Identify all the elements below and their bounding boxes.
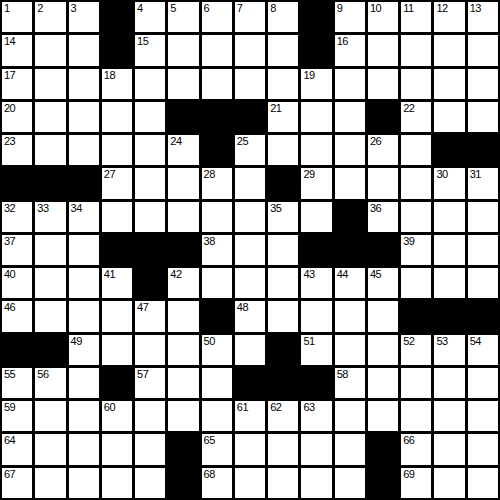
clue-number-60: 60 xyxy=(104,402,115,413)
cell-r14c13[interactable]: 66 xyxy=(401,434,431,464)
cell-r3c8[interactable] xyxy=(235,69,265,99)
cell-r3c4[interactable]: 18 xyxy=(102,69,132,99)
cell-r15c2[interactable] xyxy=(35,468,65,498)
cell-r7c6[interactable] xyxy=(168,202,198,232)
block-r7c11 xyxy=(335,202,365,232)
cell-r11c14[interactable]: 53 xyxy=(434,335,464,365)
clue-number-23: 23 xyxy=(4,136,15,147)
cell-r7c7[interactable] xyxy=(202,202,232,232)
clue-number-13: 13 xyxy=(470,3,481,14)
clue-number-67: 67 xyxy=(4,469,15,480)
clue-number-31: 31 xyxy=(470,169,481,180)
cell-r12c6[interactable] xyxy=(168,368,198,398)
cell-r3c13[interactable] xyxy=(401,69,431,99)
cell-r12c1[interactable]: 55 xyxy=(2,368,32,398)
cell-r5c6[interactable]: 24 xyxy=(168,135,198,165)
cell-r9c15[interactable] xyxy=(468,268,498,298)
cell-r15c13[interactable]: 69 xyxy=(401,468,431,498)
cell-r1c12[interactable]: 10 xyxy=(368,2,398,32)
clue-number-35: 35 xyxy=(270,203,281,214)
cell-r8c9[interactable] xyxy=(268,235,298,265)
cell-r6c15[interactable]: 31 xyxy=(468,168,498,198)
block-r10c7 xyxy=(202,301,232,331)
clue-number-41: 41 xyxy=(104,269,115,280)
cell-r6c4[interactable]: 27 xyxy=(102,168,132,198)
clue-number-3: 3 xyxy=(71,3,77,14)
cell-r9c12[interactable]: 45 xyxy=(368,268,398,298)
clue-number-49: 49 xyxy=(71,336,82,347)
clue-number-7: 7 xyxy=(237,3,243,14)
cell-r12c2[interactable]: 56 xyxy=(35,368,65,398)
cell-r13c7[interactable] xyxy=(202,401,232,431)
cell-r6c11[interactable] xyxy=(335,168,365,198)
block-r11c1 xyxy=(2,335,32,365)
cell-r10c12[interactable] xyxy=(368,301,398,331)
block-r8c4 xyxy=(102,235,132,265)
cell-r2c1[interactable]: 14 xyxy=(2,35,32,65)
cell-r4c10[interactable] xyxy=(301,102,331,132)
cell-r1c2[interactable]: 2 xyxy=(35,2,65,32)
cell-r13c6[interactable] xyxy=(168,401,198,431)
cell-r3c9[interactable] xyxy=(268,69,298,99)
cell-r9c2[interactable] xyxy=(35,268,65,298)
cell-r15c4[interactable] xyxy=(102,468,132,498)
cell-r8c7[interactable]: 38 xyxy=(202,235,232,265)
cell-r4c15[interactable] xyxy=(468,102,498,132)
cell-r9c8[interactable] xyxy=(235,268,265,298)
clue-number-10: 10 xyxy=(370,3,381,14)
clue-number-9: 9 xyxy=(337,3,343,14)
clue-number-17: 17 xyxy=(4,70,15,81)
cell-r15c1[interactable]: 67 xyxy=(2,468,32,498)
cell-r13c12[interactable] xyxy=(368,401,398,431)
cell-r2c3[interactable] xyxy=(69,35,99,65)
cell-r1c1[interactable]: 1 xyxy=(2,2,32,32)
cell-r10c5[interactable]: 47 xyxy=(135,301,165,331)
clue-number-24: 24 xyxy=(170,136,181,147)
clue-number-2: 2 xyxy=(37,3,43,14)
cell-r1c6[interactable]: 5 xyxy=(168,2,198,32)
cell-r10c4[interactable] xyxy=(102,301,132,331)
cell-r6c5[interactable] xyxy=(135,168,165,198)
cell-r8c2[interactable] xyxy=(35,235,65,265)
cell-r10c2[interactable] xyxy=(35,301,65,331)
cell-r9c7[interactable] xyxy=(202,268,232,298)
cell-r14c2[interactable] xyxy=(35,434,65,464)
cell-r1c3[interactable]: 3 xyxy=(69,2,99,32)
cell-r3c3[interactable] xyxy=(69,69,99,99)
cell-r5c8[interactable]: 25 xyxy=(235,135,265,165)
cell-r5c9[interactable] xyxy=(268,135,298,165)
cell-r13c14[interactable] xyxy=(434,401,464,431)
cell-r15c14[interactable] xyxy=(434,468,464,498)
block-r4c12 xyxy=(368,102,398,132)
block-r6c1 xyxy=(2,168,32,198)
clue-number-28: 28 xyxy=(204,169,215,180)
cell-r9c3[interactable] xyxy=(69,268,99,298)
cell-r2c14[interactable] xyxy=(434,35,464,65)
cell-r5c5[interactable] xyxy=(135,135,165,165)
block-r1c4 xyxy=(102,2,132,32)
cell-r6c14[interactable]: 30 xyxy=(434,168,464,198)
cell-r7c9[interactable]: 35 xyxy=(268,202,298,232)
clue-number-22: 22 xyxy=(403,103,414,114)
cell-r5c1[interactable]: 23 xyxy=(2,135,32,165)
cell-r2c5[interactable]: 15 xyxy=(135,35,165,65)
cell-r6c6[interactable] xyxy=(168,168,198,198)
cell-r13c2[interactable] xyxy=(35,401,65,431)
cell-r11c4[interactable] xyxy=(102,335,132,365)
cell-r8c1[interactable]: 37 xyxy=(2,235,32,265)
cell-r3c7[interactable] xyxy=(202,69,232,99)
cell-r4c3[interactable] xyxy=(69,102,99,132)
cell-r11c3[interactable]: 49 xyxy=(69,335,99,365)
clue-number-34: 34 xyxy=(71,203,82,214)
clue-number-43: 43 xyxy=(303,269,314,280)
clue-number-25: 25 xyxy=(237,136,248,147)
cell-r7c15[interactable] xyxy=(468,202,498,232)
clue-number-42: 42 xyxy=(170,269,181,280)
block-r12c8 xyxy=(235,368,265,398)
cell-r5c2[interactable] xyxy=(35,135,65,165)
cell-r5c13[interactable] xyxy=(401,135,431,165)
cell-r14c8[interactable] xyxy=(235,434,265,464)
block-r5c7 xyxy=(202,135,232,165)
block-r8c11 xyxy=(335,235,365,265)
clue-number-26: 26 xyxy=(370,136,381,147)
cell-r1c5[interactable]: 4 xyxy=(135,2,165,32)
block-r4c6 xyxy=(168,102,198,132)
clue-number-68: 68 xyxy=(204,469,215,480)
block-r6c3 xyxy=(69,168,99,198)
cell-r6c13[interactable] xyxy=(401,168,431,198)
block-r8c5 xyxy=(135,235,165,265)
cell-r15c7[interactable]: 68 xyxy=(202,468,232,498)
clue-number-36: 36 xyxy=(370,203,381,214)
block-r2c10 xyxy=(301,35,331,65)
block-r8c6 xyxy=(168,235,198,265)
cell-r7c4[interactable] xyxy=(102,202,132,232)
cell-r9c4[interactable]: 41 xyxy=(102,268,132,298)
block-r4c8 xyxy=(235,102,265,132)
block-r5c15 xyxy=(468,135,498,165)
clue-number-56: 56 xyxy=(37,369,48,380)
clue-number-1: 1 xyxy=(4,3,10,14)
clue-number-16: 16 xyxy=(337,36,348,47)
clue-number-65: 65 xyxy=(204,435,215,446)
cell-r13c4[interactable]: 60 xyxy=(102,401,132,431)
block-r10c13 xyxy=(401,301,431,331)
cell-r5c3[interactable] xyxy=(69,135,99,165)
cell-r13c13[interactable] xyxy=(401,401,431,431)
cell-r14c1[interactable]: 64 xyxy=(2,434,32,464)
cell-r13c5[interactable] xyxy=(135,401,165,431)
cell-r3c12[interactable] xyxy=(368,69,398,99)
block-r15c6 xyxy=(168,468,198,498)
cell-r2c7[interactable] xyxy=(202,35,232,65)
block-r6c9 xyxy=(268,168,298,198)
cell-r7c2[interactable]: 33 xyxy=(35,202,65,232)
cell-r1c13[interactable]: 11 xyxy=(401,2,431,32)
cell-r3c6[interactable] xyxy=(168,69,198,99)
block-r4c7 xyxy=(202,102,232,132)
cell-r4c13[interactable]: 22 xyxy=(401,102,431,132)
block-r8c12 xyxy=(368,235,398,265)
cell-r13c9[interactable]: 62 xyxy=(268,401,298,431)
cell-r14c3[interactable] xyxy=(69,434,99,464)
clue-number-33: 33 xyxy=(37,203,48,214)
clue-number-14: 14 xyxy=(4,36,15,47)
cell-r9c1[interactable]: 40 xyxy=(2,268,32,298)
clue-number-62: 62 xyxy=(270,402,281,413)
block-r15c12 xyxy=(368,468,398,498)
block-r10c14 xyxy=(434,301,464,331)
clue-number-55: 55 xyxy=(4,369,15,380)
block-r8c10 xyxy=(301,235,331,265)
cell-r11c15[interactable]: 54 xyxy=(468,335,498,365)
cell-r14c5[interactable] xyxy=(135,434,165,464)
cell-r10c8[interactable]: 48 xyxy=(235,301,265,331)
cell-r11c12[interactable] xyxy=(368,335,398,365)
cell-r8c3[interactable] xyxy=(69,235,99,265)
cell-r10c10[interactable] xyxy=(301,301,331,331)
cell-r12c15[interactable] xyxy=(468,368,498,398)
cell-r13c8[interactable]: 61 xyxy=(235,401,265,431)
cell-r13c15[interactable] xyxy=(468,401,498,431)
clue-number-8: 8 xyxy=(270,3,276,14)
clue-number-69: 69 xyxy=(403,469,414,480)
cell-r7c14[interactable] xyxy=(434,202,464,232)
cell-r9c13[interactable] xyxy=(401,268,431,298)
cell-r6c10[interactable]: 29 xyxy=(301,168,331,198)
clue-number-44: 44 xyxy=(337,269,348,280)
cell-r9c6[interactable]: 42 xyxy=(168,268,198,298)
cell-r6c12[interactable] xyxy=(368,168,398,198)
cell-r2c6[interactable] xyxy=(168,35,198,65)
cell-r1c8[interactable]: 7 xyxy=(235,2,265,32)
cell-r7c13[interactable] xyxy=(401,202,431,232)
clue-number-48: 48 xyxy=(237,302,248,313)
cell-r2c13[interactable] xyxy=(401,35,431,65)
clue-number-19: 19 xyxy=(303,70,314,81)
block-r9c5 xyxy=(135,268,165,298)
cell-r5c12[interactable]: 26 xyxy=(368,135,398,165)
cell-r11c6[interactable] xyxy=(168,335,198,365)
cell-r2c8[interactable] xyxy=(235,35,265,65)
cell-r15c11[interactable] xyxy=(335,468,365,498)
clue-number-6: 6 xyxy=(204,3,210,14)
clue-number-63: 63 xyxy=(303,402,314,413)
cell-r12c7[interactable] xyxy=(202,368,232,398)
cell-r10c3[interactable] xyxy=(69,301,99,331)
clue-number-11: 11 xyxy=(403,3,413,14)
cell-r14c11[interactable] xyxy=(335,434,365,464)
block-r12c10 xyxy=(301,368,331,398)
cell-r9c10[interactable]: 43 xyxy=(301,268,331,298)
cell-r14c4[interactable] xyxy=(102,434,132,464)
cell-r6c8[interactable] xyxy=(235,168,265,198)
clue-number-40: 40 xyxy=(4,269,15,280)
cell-r13c11[interactable] xyxy=(335,401,365,431)
cell-r2c11[interactable]: 16 xyxy=(335,35,365,65)
cell-r14c14[interactable] xyxy=(434,434,464,464)
clue-number-27: 27 xyxy=(104,169,115,180)
clue-number-52: 52 xyxy=(403,336,414,347)
cell-r3c11[interactable] xyxy=(335,69,365,99)
cell-r7c3[interactable]: 34 xyxy=(69,202,99,232)
cell-r9c11[interactable]: 44 xyxy=(335,268,365,298)
crossword-grid: 1234567891011121314151617181920212223242… xyxy=(0,0,500,500)
cell-r13c3[interactable] xyxy=(69,401,99,431)
clue-number-64: 64 xyxy=(4,435,15,446)
clue-number-50: 50 xyxy=(204,336,215,347)
cell-r10c1[interactable]: 46 xyxy=(2,301,32,331)
cell-r9c9[interactable] xyxy=(268,268,298,298)
cell-r4c1[interactable]: 20 xyxy=(2,102,32,132)
block-r14c6 xyxy=(168,434,198,464)
cell-r12c5[interactable]: 57 xyxy=(135,368,165,398)
cell-r11c13[interactable]: 52 xyxy=(401,335,431,365)
block-r12c9 xyxy=(268,368,298,398)
cell-r4c11[interactable] xyxy=(335,102,365,132)
clue-number-37: 37 xyxy=(4,236,15,247)
cell-r11c10[interactable]: 51 xyxy=(301,335,331,365)
cell-r15c5[interactable] xyxy=(135,468,165,498)
clue-number-61: 61 xyxy=(237,402,248,413)
clue-number-32: 32 xyxy=(4,203,15,214)
cell-r7c8[interactable] xyxy=(235,202,265,232)
cell-r15c3[interactable] xyxy=(69,468,99,498)
cell-r10c11[interactable] xyxy=(335,301,365,331)
cell-r2c9[interactable] xyxy=(268,35,298,65)
cell-r2c2[interactable] xyxy=(35,35,65,65)
block-r6c2 xyxy=(35,168,65,198)
cell-r1c15[interactable]: 13 xyxy=(468,2,498,32)
clue-number-29: 29 xyxy=(303,169,314,180)
clue-number-18: 18 xyxy=(104,70,115,81)
block-r11c2 xyxy=(35,335,65,365)
clue-number-21: 21 xyxy=(270,103,281,114)
clue-number-51: 51 xyxy=(303,336,314,347)
cell-r3c2[interactable] xyxy=(35,69,65,99)
block-r11c9 xyxy=(268,335,298,365)
cell-r3c15[interactable] xyxy=(468,69,498,99)
clue-number-66: 66 xyxy=(403,435,414,446)
clue-number-39: 39 xyxy=(403,236,414,247)
block-r5c14 xyxy=(434,135,464,165)
cell-r15c8[interactable] xyxy=(235,468,265,498)
cell-r1c7[interactable]: 6 xyxy=(202,2,232,32)
clue-number-15: 15 xyxy=(137,36,148,47)
cell-r1c14[interactable]: 12 xyxy=(434,2,464,32)
cell-r14c15[interactable] xyxy=(468,434,498,464)
cell-r11c8[interactable] xyxy=(235,335,265,365)
cell-r4c4[interactable] xyxy=(102,102,132,132)
cell-r15c10[interactable] xyxy=(301,468,331,498)
cell-r13c1[interactable]: 59 xyxy=(2,401,32,431)
cell-r10c6[interactable] xyxy=(168,301,198,331)
clue-number-47: 47 xyxy=(137,302,148,313)
clue-number-30: 30 xyxy=(436,169,447,180)
clue-number-53: 53 xyxy=(436,336,447,347)
block-r1c10 xyxy=(301,2,331,32)
cell-r8c8[interactable] xyxy=(235,235,265,265)
cell-r9c14[interactable] xyxy=(434,268,464,298)
cell-r2c15[interactable] xyxy=(468,35,498,65)
cell-r13c10[interactable]: 63 xyxy=(301,401,331,431)
clue-number-59: 59 xyxy=(4,402,15,413)
cell-r10c9[interactable] xyxy=(268,301,298,331)
cell-r4c2[interactable] xyxy=(35,102,65,132)
cell-r5c10[interactable] xyxy=(301,135,331,165)
cell-r2c12[interactable] xyxy=(368,35,398,65)
cell-r7c1[interactable]: 32 xyxy=(2,202,32,232)
cell-r1c9[interactable]: 8 xyxy=(268,2,298,32)
cell-r8c14[interactable] xyxy=(434,235,464,265)
clue-number-38: 38 xyxy=(204,236,215,247)
cell-r12c14[interactable] xyxy=(434,368,464,398)
cell-r5c4[interactable] xyxy=(102,135,132,165)
cell-r6c7[interactable]: 28 xyxy=(202,168,232,198)
cell-r4c5[interactable] xyxy=(135,102,165,132)
clue-number-58: 58 xyxy=(337,369,348,380)
cell-r14c9[interactable] xyxy=(268,434,298,464)
cell-r15c15[interactable] xyxy=(468,468,498,498)
cell-r12c13[interactable] xyxy=(401,368,431,398)
block-r2c4 xyxy=(102,35,132,65)
cell-r11c5[interactable] xyxy=(135,335,165,365)
cell-r12c3[interactable] xyxy=(69,368,99,398)
cell-r11c11[interactable] xyxy=(335,335,365,365)
block-r12c4 xyxy=(102,368,132,398)
cell-r14c7[interactable]: 65 xyxy=(202,434,232,464)
cell-r14c10[interactable] xyxy=(301,434,331,464)
cell-r7c5[interactable] xyxy=(135,202,165,232)
cell-r7c10[interactable] xyxy=(301,202,331,232)
cell-r8c15[interactable] xyxy=(468,235,498,265)
block-r14c12 xyxy=(368,434,398,464)
cell-r7c12[interactable]: 36 xyxy=(368,202,398,232)
cell-r1c11[interactable]: 9 xyxy=(335,2,365,32)
cell-r11c7[interactable]: 50 xyxy=(202,335,232,365)
cell-r3c14[interactable] xyxy=(434,69,464,99)
clue-number-12: 12 xyxy=(436,3,447,14)
clue-number-45: 45 xyxy=(370,269,381,280)
cell-r4c14[interactable] xyxy=(434,102,464,132)
cell-r3c5[interactable] xyxy=(135,69,165,99)
cell-r5c11[interactable] xyxy=(335,135,365,165)
cell-r15c9[interactable] xyxy=(268,468,298,498)
clue-number-4: 4 xyxy=(137,3,143,14)
clue-number-46: 46 xyxy=(4,302,15,313)
cell-r12c12[interactable] xyxy=(368,368,398,398)
cell-r3c10[interactable]: 19 xyxy=(301,69,331,99)
clue-number-54: 54 xyxy=(470,336,481,347)
cell-r12c11[interactable]: 58 xyxy=(335,368,365,398)
cell-r4c9[interactable]: 21 xyxy=(268,102,298,132)
block-r10c15 xyxy=(468,301,498,331)
clue-number-20: 20 xyxy=(4,103,15,114)
cell-r8c13[interactable]: 39 xyxy=(401,235,431,265)
clue-number-5: 5 xyxy=(170,3,176,14)
cell-r3c1[interactable]: 17 xyxy=(2,69,32,99)
clue-number-57: 57 xyxy=(137,369,148,380)
